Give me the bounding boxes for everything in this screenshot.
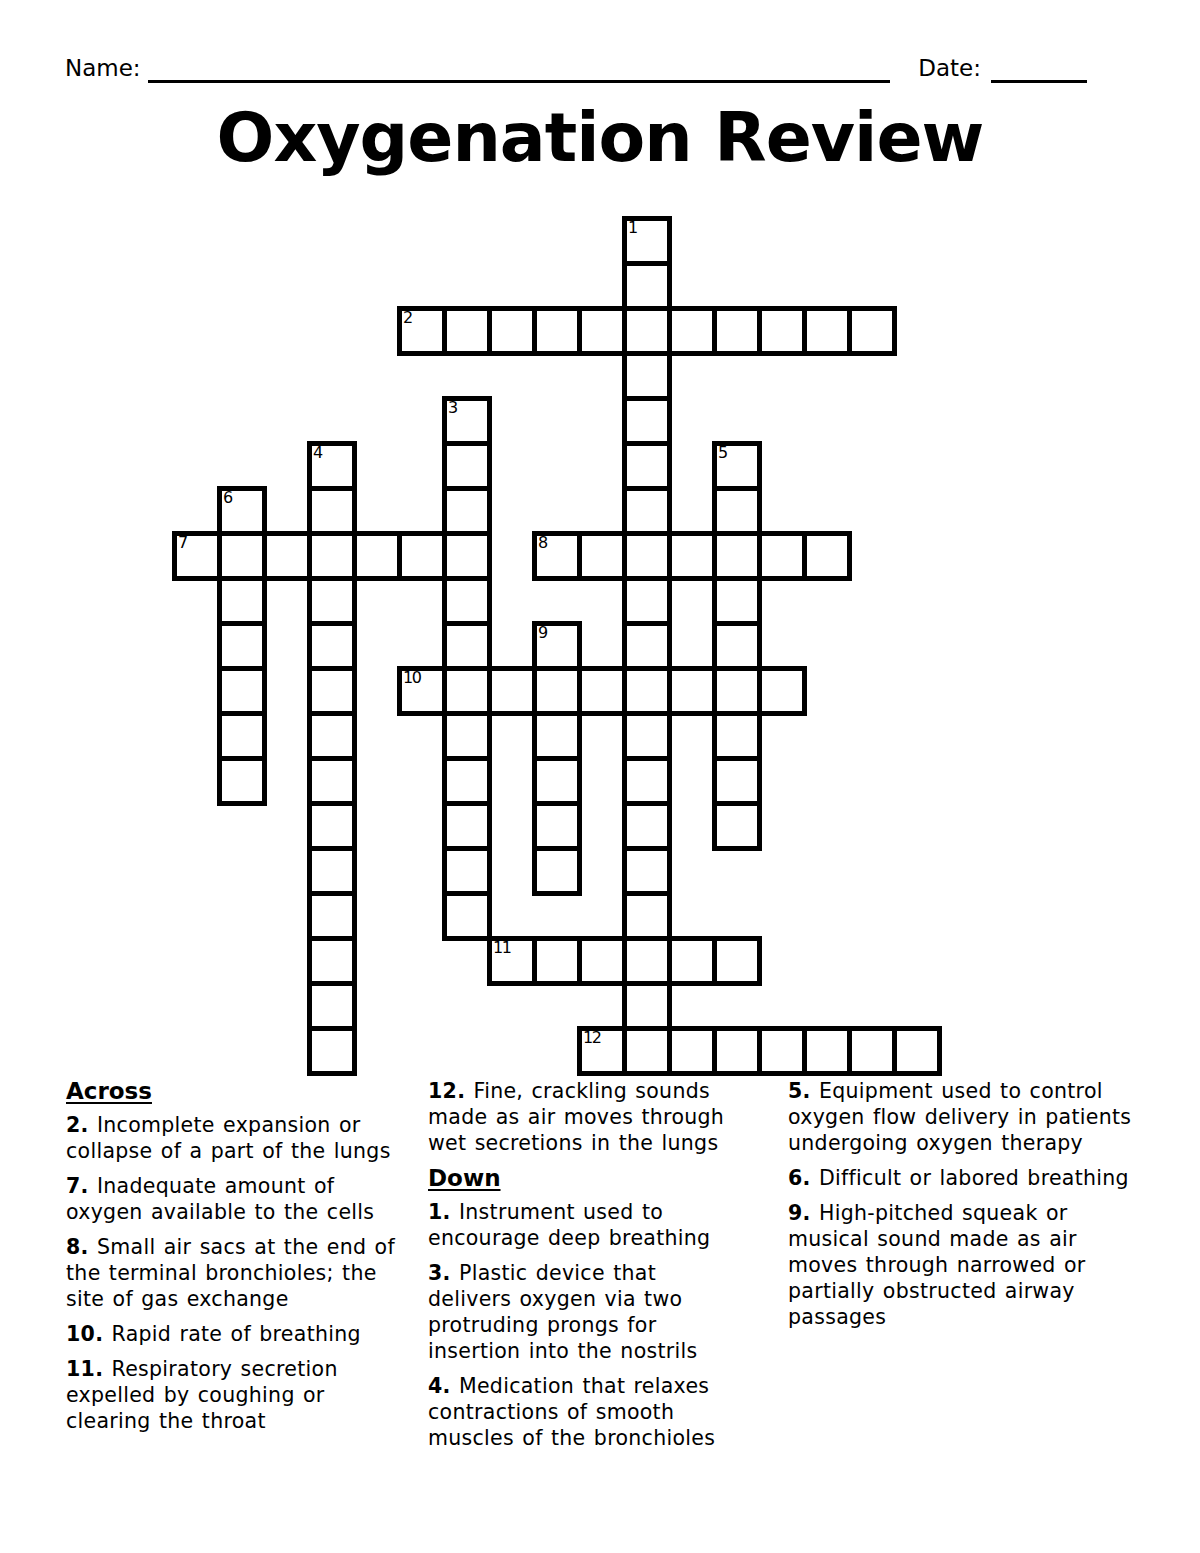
grid-cell-r18c9[interactable]: 12 xyxy=(577,1026,627,1076)
clue-column-2: 12. Fine, crackling sounds made as air m… xyxy=(428,1078,742,1460)
grid-cell-r11c8[interactable] xyxy=(532,711,582,761)
grid-cell-r18c10[interactable] xyxy=(622,1026,672,1076)
grid-cell-r7c2[interactable] xyxy=(262,531,312,581)
grid-cell-r10c10[interactable] xyxy=(622,666,672,716)
grid-cell-r7c1[interactable] xyxy=(217,531,267,581)
grid-cell-r7c10[interactable] xyxy=(622,531,672,581)
clue-across-10: 10. Rapid rate of breathing xyxy=(66,1321,406,1347)
page-title: Oxygenation Review xyxy=(0,98,1200,177)
grid-cell-r10c7[interactable] xyxy=(487,666,537,716)
across-header: Across xyxy=(66,1078,406,1104)
grid-cell-r2c5[interactable]: 2 xyxy=(397,306,447,356)
grid-cell-r9c8[interactable]: 9 xyxy=(532,621,582,671)
cell-number-5: 5 xyxy=(718,444,727,461)
grid-cell-r12c3[interactable] xyxy=(307,756,357,806)
grid-cell-r13c8[interactable] xyxy=(532,801,582,851)
grid-cell-r11c12[interactable] xyxy=(712,711,762,761)
clue-across-8: 8. Small air sacs at the end of the term… xyxy=(66,1234,406,1312)
grid-cell-r10c5[interactable]: 10 xyxy=(397,666,447,716)
clue-down-9: 9. High-pitched squeak or musical sound … xyxy=(788,1200,1134,1330)
grid-cell-r16c9[interactable] xyxy=(577,936,627,986)
cell-number-9: 9 xyxy=(538,624,547,641)
name-write-line[interactable] xyxy=(148,55,891,83)
clue-number-label: 7. xyxy=(66,1174,89,1198)
grid-cell-r17c3[interactable] xyxy=(307,981,357,1031)
grid-cell-r7c0[interactable]: 7 xyxy=(172,531,222,581)
clue-number-label: 3. xyxy=(428,1261,451,1285)
grid-cell-r5c12[interactable]: 5 xyxy=(712,441,762,491)
cell-number-11: 11 xyxy=(493,939,510,956)
grid-cell-r4c6[interactable]: 3 xyxy=(442,396,492,446)
grid-cell-r18c14[interactable] xyxy=(802,1026,852,1076)
grid-cell-r8c6[interactable] xyxy=(442,576,492,626)
grid-cell-r11c10[interactable] xyxy=(622,711,672,761)
grid-cell-r7c6[interactable] xyxy=(442,531,492,581)
grid-cell-r13c10[interactable] xyxy=(622,801,672,851)
clue-number-label: 4. xyxy=(428,1374,451,1398)
grid-cell-r9c12[interactable] xyxy=(712,621,762,671)
grid-cell-r8c12[interactable] xyxy=(712,576,762,626)
grid-cell-r8c10[interactable] xyxy=(622,576,672,626)
grid-cell-r7c4[interactable] xyxy=(352,531,402,581)
grid-cell-r7c11[interactable] xyxy=(667,531,717,581)
grid-cell-r16c3[interactable] xyxy=(307,936,357,986)
cell-number-4: 4 xyxy=(313,444,322,461)
grid-cell-r11c6[interactable] xyxy=(442,711,492,761)
grid-cell-r7c12[interactable] xyxy=(712,531,762,581)
clue-across-12: 12. Fine, crackling sounds made as air m… xyxy=(428,1078,742,1156)
grid-cell-r10c11[interactable] xyxy=(667,666,717,716)
down-header: Down xyxy=(428,1165,742,1191)
grid-cell-r2c13[interactable] xyxy=(757,306,807,356)
clue-number-label: 8. xyxy=(66,1235,89,1259)
grid-cell-r7c8[interactable]: 8 xyxy=(532,531,582,581)
grid-cell-r11c1[interactable] xyxy=(217,711,267,761)
grid-cell-r2c8[interactable] xyxy=(532,306,582,356)
grid-cell-r2c9[interactable] xyxy=(577,306,627,356)
grid-cell-r12c12[interactable] xyxy=(712,756,762,806)
clue-down-3: 3. Plastic device that delivers oxygen v… xyxy=(428,1260,742,1364)
clue-across-11: 11. Respiratory secretion expelled by co… xyxy=(66,1356,406,1434)
clue-number-label: 11. xyxy=(66,1357,103,1381)
grid-cell-r10c3[interactable] xyxy=(307,666,357,716)
grid-cell-r13c3[interactable] xyxy=(307,801,357,851)
date-label: Date: xyxy=(918,54,981,83)
grid-cell-r5c6[interactable] xyxy=(442,441,492,491)
grid-cell-r7c14[interactable] xyxy=(802,531,852,581)
clue-across-2: 2. Incomplete expansion or collapse of a… xyxy=(66,1112,406,1164)
grid-cell-r16c10[interactable] xyxy=(622,936,672,986)
grid-cell-r9c1[interactable] xyxy=(217,621,267,671)
grid-cell-r18c12[interactable] xyxy=(712,1026,762,1076)
grid-cell-r10c9[interactable] xyxy=(577,666,627,716)
clue-down-4: 4. Medication that relaxes contractions … xyxy=(428,1373,742,1451)
cell-number-7: 7 xyxy=(178,534,187,551)
grid-cell-r18c16[interactable] xyxy=(892,1026,942,1076)
grid-cell-r12c10[interactable] xyxy=(622,756,672,806)
grid-cell-r9c6[interactable] xyxy=(442,621,492,671)
cell-number-3: 3 xyxy=(448,399,457,416)
grid-cell-r14c10[interactable] xyxy=(622,846,672,896)
cell-number-1: 1 xyxy=(628,219,637,236)
grid-cell-r2c11[interactable] xyxy=(667,306,717,356)
grid-cell-r0c10[interactable]: 1 xyxy=(622,216,672,266)
grid-cell-r2c6[interactable] xyxy=(442,306,492,356)
grid-cell-r12c8[interactable] xyxy=(532,756,582,806)
grid-cell-r15c10[interactable] xyxy=(622,891,672,941)
clue-number-label: 1. xyxy=(428,1200,451,1224)
grid-cell-r7c9[interactable] xyxy=(577,531,627,581)
clue-column-1: Across2. Incomplete expansion or collaps… xyxy=(66,1078,406,1443)
grid-cell-r6c12[interactable] xyxy=(712,486,762,536)
grid-cell-r2c12[interactable] xyxy=(712,306,762,356)
clue-number-label: 5. xyxy=(788,1079,811,1103)
clue-column-3: 5. Equipment used to control oxygen flow… xyxy=(788,1078,1134,1339)
grid-cell-r12c6[interactable] xyxy=(442,756,492,806)
grid-cell-r6c1[interactable]: 6 xyxy=(217,486,267,536)
grid-cell-r18c15[interactable] xyxy=(847,1026,897,1076)
grid-cell-r9c3[interactable] xyxy=(307,621,357,671)
grid-cell-r16c12[interactable] xyxy=(712,936,762,986)
grid-cell-r2c15[interactable] xyxy=(847,306,897,356)
grid-cell-r6c10[interactable] xyxy=(622,486,672,536)
clue-number-label: 2. xyxy=(66,1113,89,1137)
grid-cell-r13c6[interactable] xyxy=(442,801,492,851)
grid-cell-r13c12[interactable] xyxy=(712,801,762,851)
name-date-row: Name: Date: xyxy=(65,54,1087,83)
grid-cell-r3c10[interactable] xyxy=(622,351,672,401)
grid-cell-r16c7[interactable]: 11 xyxy=(487,936,537,986)
grid-cell-r4c10[interactable] xyxy=(622,396,672,446)
grid-cell-r10c1[interactable] xyxy=(217,666,267,716)
grid-cell-r18c13[interactable] xyxy=(757,1026,807,1076)
crossword-grid: 123456789101112 xyxy=(172,216,942,1076)
grid-cell-r8c3[interactable] xyxy=(307,576,357,626)
grid-cell-r7c13[interactable] xyxy=(757,531,807,581)
cell-number-6: 6 xyxy=(223,489,232,506)
cell-number-10: 10 xyxy=(403,669,420,686)
grid-cell-r15c3[interactable] xyxy=(307,891,357,941)
grid-cell-r12c1[interactable] xyxy=(217,756,267,806)
grid-cell-r8c1[interactable] xyxy=(217,576,267,626)
date-write-line[interactable] xyxy=(991,55,1087,83)
grid-cell-r16c8[interactable] xyxy=(532,936,582,986)
grid-cell-r7c5[interactable] xyxy=(397,531,447,581)
grid-cell-r15c6[interactable] xyxy=(442,891,492,941)
grid-cell-r10c8[interactable] xyxy=(532,666,582,716)
cell-number-8: 8 xyxy=(538,534,547,551)
grid-cell-r6c6[interactable] xyxy=(442,486,492,536)
grid-cell-r5c3[interactable]: 4 xyxy=(307,441,357,491)
grid-cell-r5c10[interactable] xyxy=(622,441,672,491)
clue-down-1: 1. Instrument used to encourage deep bre… xyxy=(428,1199,742,1251)
grid-cell-r7c3[interactable] xyxy=(307,531,357,581)
clue-down-6: 6. Difficult or labored breathing xyxy=(788,1165,1134,1191)
clue-number-label: 10. xyxy=(66,1322,103,1346)
grid-cell-r2c7[interactable] xyxy=(487,306,537,356)
grid-cell-r17c10[interactable] xyxy=(622,981,672,1031)
grid-cell-r2c14[interactable] xyxy=(802,306,852,356)
grid-cell-r18c3[interactable] xyxy=(307,1026,357,1076)
clue-number-label: 6. xyxy=(788,1166,811,1190)
grid-cell-r11c3[interactable] xyxy=(307,711,357,761)
name-label: Name: xyxy=(65,54,141,83)
clue-across-7: 7. Inadequate amount of oxygen available… xyxy=(66,1173,406,1225)
grid-cell-r16c11[interactable] xyxy=(667,936,717,986)
grid-cell-r10c13[interactable] xyxy=(757,666,807,716)
grid-cell-r9c10[interactable] xyxy=(622,621,672,671)
grid-cell-r6c3[interactable] xyxy=(307,486,357,536)
grid-cell-r2c10[interactable] xyxy=(622,306,672,356)
grid-cell-r10c12[interactable] xyxy=(712,666,762,716)
clue-down-5: 5. Equipment used to control oxygen flow… xyxy=(788,1078,1134,1156)
cell-number-12: 12 xyxy=(583,1029,600,1046)
grid-cell-r14c8[interactable] xyxy=(532,846,582,896)
grid-cell-r10c6[interactable] xyxy=(442,666,492,716)
grid-cell-r1c10[interactable] xyxy=(622,261,672,311)
clue-number-label: 12. xyxy=(428,1079,465,1103)
clue-number-label: 9. xyxy=(788,1201,811,1225)
grid-cell-r14c3[interactable] xyxy=(307,846,357,896)
grid-cell-r18c11[interactable] xyxy=(667,1026,717,1076)
cell-number-2: 2 xyxy=(403,309,412,326)
grid-cell-r14c6[interactable] xyxy=(442,846,492,896)
